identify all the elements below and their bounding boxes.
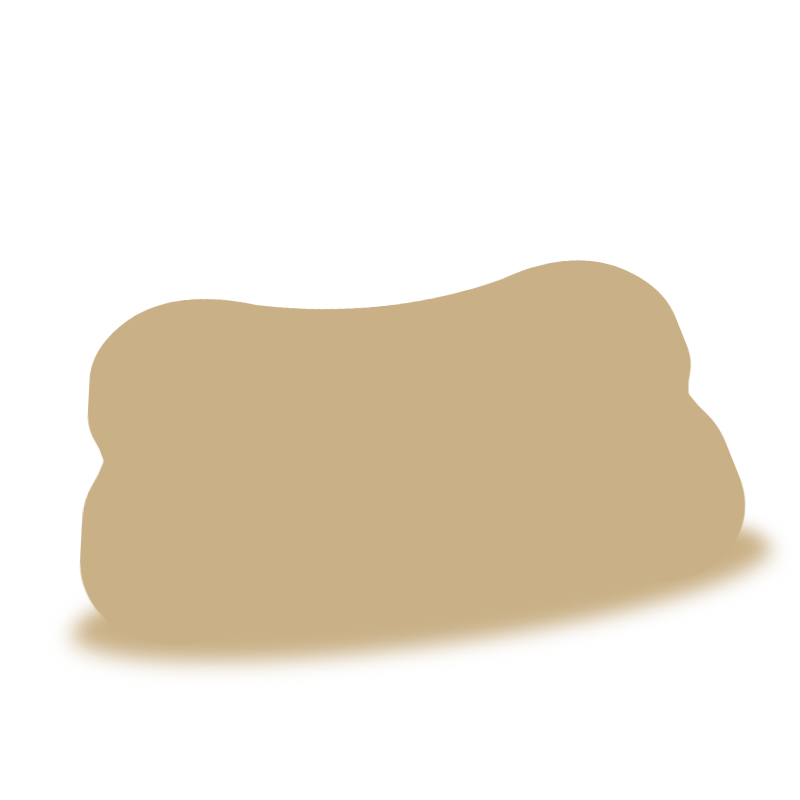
puzzle-scene-3d bbox=[0, 177, 800, 756]
product-photo-canvas bbox=[0, 0, 800, 800]
puzzle-board-svg bbox=[0, 177, 800, 756]
